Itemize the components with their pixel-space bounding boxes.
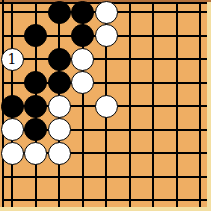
stone-black — [24, 118, 47, 141]
stone-black — [24, 71, 47, 94]
stone-white — [71, 48, 94, 71]
move-number-label: 1 — [8, 52, 17, 66]
stone-black — [48, 1, 71, 24]
board-cut-edge-right — [207, 0, 211, 211]
stone-black — [48, 48, 71, 71]
stone-black — [48, 71, 71, 94]
stone-white — [71, 71, 94, 94]
stone-black — [1, 95, 24, 118]
grid-line-vertical — [199, 2, 201, 207]
stone-black — [71, 24, 94, 47]
stone-white — [1, 142, 24, 165]
stone-white — [95, 1, 118, 24]
stone-black — [24, 24, 47, 47]
stone-white — [24, 142, 47, 165]
stone-black — [71, 1, 94, 24]
stone-black — [24, 95, 47, 118]
board-cut-edge-bottom — [0, 207, 211, 211]
stone-white-move-1: 1 — [1, 48, 24, 71]
stone-white — [48, 118, 71, 141]
grid-line-horizontal — [2, 176, 207, 178]
stone-white — [1, 118, 24, 141]
stone-white — [48, 95, 71, 118]
go-board: 1 — [0, 0, 211, 211]
grid-line-horizontal — [2, 199, 207, 201]
stone-white — [48, 142, 71, 165]
stone-white — [95, 95, 118, 118]
stone-white — [95, 24, 118, 47]
